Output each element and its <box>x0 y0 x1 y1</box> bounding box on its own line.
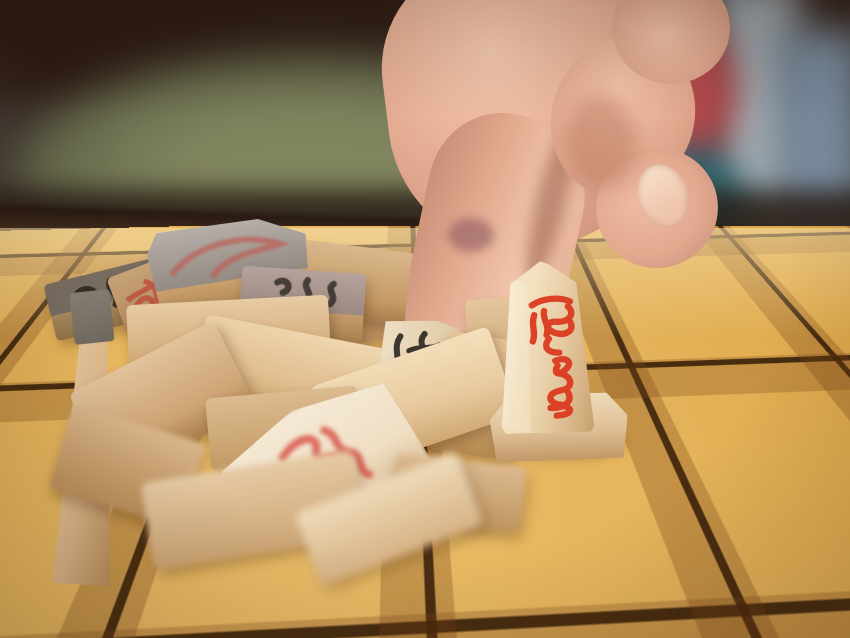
wedge-top-cap <box>69 289 114 345</box>
index-finger-bruise <box>448 218 494 252</box>
red-calligraphy-ryuma <box>520 294 585 420</box>
photo-shogi-scene <box>0 0 850 638</box>
knuckle-shade <box>566 96 636 188</box>
